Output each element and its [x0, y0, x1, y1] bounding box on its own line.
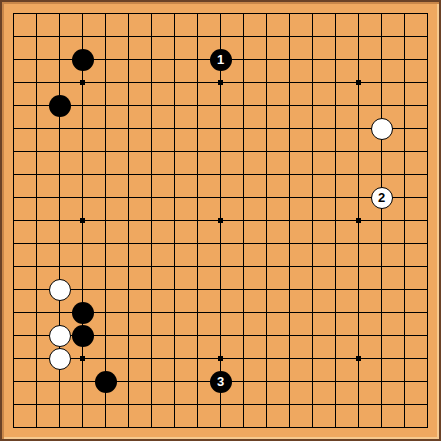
hoshi-cell — [347, 347, 370, 370]
intersection-C7 — [48, 278, 71, 301]
star-point — [218, 80, 223, 85]
intersection-E3 — [94, 370, 117, 393]
stone-white-C7 — [49, 279, 71, 301]
intersection-K17: 1 — [209, 48, 232, 71]
move-1-stone-black-K17: 1 — [210, 49, 232, 71]
intersection-C4 — [48, 347, 71, 370]
hoshi-cell — [347, 209, 370, 232]
intersection-R14 — [370, 117, 393, 140]
stone-black-D6 — [72, 302, 94, 324]
move-3-stone-black-K3: 3 — [210, 371, 232, 393]
intersection-K3: 3 — [209, 370, 232, 393]
star-point — [80, 218, 85, 223]
go-board: 123 — [0, 0, 441, 441]
stone-white-R14 — [371, 118, 393, 140]
intersection-C15 — [48, 94, 71, 117]
hoshi-cell — [71, 347, 94, 370]
star-point — [218, 218, 223, 223]
star-point — [80, 80, 85, 85]
hoshi-cell — [209, 209, 232, 232]
star-point — [356, 80, 361, 85]
stone-white-C4 — [49, 348, 71, 370]
intersection-D6 — [71, 301, 94, 324]
hoshi-cell — [347, 71, 370, 94]
hoshi-cell — [209, 71, 232, 94]
intersection-R11: 2 — [370, 186, 393, 209]
intersection-D5 — [71, 324, 94, 347]
stone-black-D5 — [72, 325, 94, 347]
hoshi-cell — [71, 209, 94, 232]
intersection-D17 — [71, 48, 94, 71]
star-point — [356, 218, 361, 223]
hoshi-cell — [71, 71, 94, 94]
move-2-stone-white-R11: 2 — [371, 187, 393, 209]
star-point — [356, 356, 361, 361]
star-point — [80, 356, 85, 361]
intersection-C5 — [48, 324, 71, 347]
stone-black-D17 — [72, 49, 94, 71]
hoshi-cell — [209, 347, 232, 370]
stone-black-C15 — [49, 95, 71, 117]
stone-black-E3 — [95, 371, 117, 393]
star-point — [218, 356, 223, 361]
board-intersections: 123 — [2, 2, 439, 439]
stone-white-C5 — [49, 325, 71, 347]
